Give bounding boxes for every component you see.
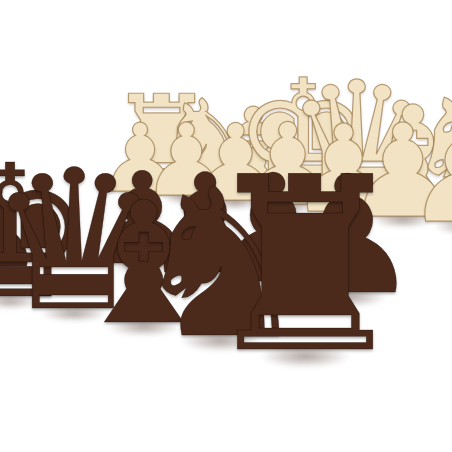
chess-set-photo: DC ♜♞♝♟♚♟♛♟♝♟♞♟♜♟♟♟♟♟♟♟♟♚♛♝♞♜: [0, 0, 452, 452]
black-rook-c8[interactable]: ♜: [197, 146, 413, 387]
pieces-layer: ♜♞♝♟♚♟♛♟♝♟♞♟♜♟♟♟♟♟♟♟♟♚♛♝♞♜: [0, 0, 452, 452]
